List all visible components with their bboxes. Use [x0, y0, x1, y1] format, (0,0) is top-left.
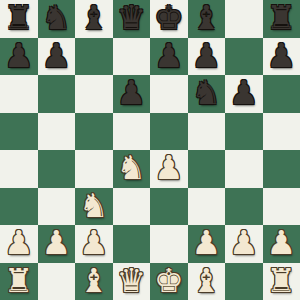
square-c3[interactable]: ♞︎	[75, 188, 113, 226]
piece-black-pawn[interactable]: ♟︎	[4, 38, 34, 74]
piece-black-rook[interactable]: ♜︎	[4, 0, 34, 36]
square-d3[interactable]	[113, 188, 151, 226]
square-b1[interactable]	[38, 263, 76, 300]
square-d5[interactable]	[113, 113, 151, 151]
piece-white-bishop[interactable]: ♝︎	[79, 263, 109, 299]
piece-white-pawn[interactable]: ♟︎	[41, 225, 71, 261]
piece-white-pawn[interactable]: ♟︎	[79, 225, 109, 261]
square-f8[interactable]: ♝︎	[188, 0, 226, 38]
square-a2[interactable]: ♟︎	[0, 225, 38, 263]
square-c2[interactable]: ♟︎	[75, 225, 113, 263]
piece-black-rook[interactable]: ♜︎	[266, 0, 296, 36]
piece-white-rook[interactable]: ♜︎	[266, 263, 296, 299]
piece-white-pawn[interactable]: ♟︎	[154, 150, 184, 186]
square-a3[interactable]	[0, 188, 38, 226]
piece-black-king[interactable]: ♚︎	[154, 0, 184, 36]
square-h1[interactable]: ♜︎	[263, 263, 301, 300]
piece-black-pawn[interactable]: ♟︎	[41, 38, 71, 74]
piece-white-pawn[interactable]: ♟︎	[229, 225, 259, 261]
square-a5[interactable]	[0, 113, 38, 151]
square-a1[interactable]: ♜︎	[0, 263, 38, 300]
piece-white-knight[interactable]: ♞︎	[79, 188, 109, 224]
chess-board: ♜︎♞︎♝︎♛︎♚︎♝︎♜︎♟︎♟︎♟︎♟︎♟︎♟︎♞︎♟︎♞︎♟︎♞︎♟︎♟︎…	[0, 0, 300, 300]
square-f4[interactable]	[188, 150, 226, 188]
square-f1[interactable]: ♝︎	[188, 263, 226, 300]
piece-black-bishop[interactable]: ♝︎	[191, 0, 221, 36]
piece-white-rook[interactable]: ♜︎	[4, 263, 34, 299]
square-e1[interactable]: ♚︎	[150, 263, 188, 300]
piece-white-pawn[interactable]: ♟︎	[4, 225, 34, 261]
square-h4[interactable]	[263, 150, 301, 188]
square-f5[interactable]	[188, 113, 226, 151]
piece-black-knight[interactable]: ♞︎	[41, 0, 71, 36]
piece-white-queen[interactable]: ♛︎	[116, 263, 146, 299]
piece-white-pawn[interactable]: ♟︎	[266, 225, 296, 261]
square-h5[interactable]	[263, 113, 301, 151]
square-b2[interactable]: ♟︎	[38, 225, 76, 263]
square-f3[interactable]	[188, 188, 226, 226]
square-g7[interactable]	[225, 38, 263, 76]
square-c8[interactable]: ♝︎	[75, 0, 113, 38]
square-h8[interactable]: ♜︎	[263, 0, 301, 38]
piece-black-pawn[interactable]: ♟︎	[116, 75, 146, 111]
square-e7[interactable]: ♟︎	[150, 38, 188, 76]
square-d1[interactable]: ♛︎	[113, 263, 151, 300]
piece-black-pawn[interactable]: ♟︎	[229, 75, 259, 111]
square-e3[interactable]	[150, 188, 188, 226]
square-c6[interactable]	[75, 75, 113, 113]
square-g6[interactable]: ♟︎	[225, 75, 263, 113]
square-h2[interactable]: ♟︎	[263, 225, 301, 263]
square-d4[interactable]: ♞︎	[113, 150, 151, 188]
square-a7[interactable]: ♟︎	[0, 38, 38, 76]
square-a4[interactable]	[0, 150, 38, 188]
piece-white-pawn[interactable]: ♟︎	[191, 225, 221, 261]
square-g2[interactable]: ♟︎	[225, 225, 263, 263]
square-e4[interactable]: ♟︎	[150, 150, 188, 188]
square-f2[interactable]: ♟︎	[188, 225, 226, 263]
square-b4[interactable]	[38, 150, 76, 188]
square-e5[interactable]	[150, 113, 188, 151]
square-f6[interactable]: ♞︎	[188, 75, 226, 113]
square-a8[interactable]: ♜︎	[0, 0, 38, 38]
square-c1[interactable]: ♝︎	[75, 263, 113, 300]
square-d6[interactable]: ♟︎	[113, 75, 151, 113]
square-e6[interactable]	[150, 75, 188, 113]
square-h7[interactable]: ♟︎	[263, 38, 301, 76]
square-g8[interactable]	[225, 0, 263, 38]
square-g4[interactable]	[225, 150, 263, 188]
square-h3[interactable]	[263, 188, 301, 226]
piece-black-pawn[interactable]: ♟︎	[154, 38, 184, 74]
square-e2[interactable]	[150, 225, 188, 263]
square-c7[interactable]	[75, 38, 113, 76]
piece-black-pawn[interactable]: ♟︎	[266, 38, 296, 74]
square-h6[interactable]	[263, 75, 301, 113]
piece-black-pawn[interactable]: ♟︎	[191, 38, 221, 74]
square-a6[interactable]	[0, 75, 38, 113]
chess-app-viewport: ♜︎♞︎♝︎♛︎♚︎♝︎♜︎♟︎♟︎♟︎♟︎♟︎♟︎♞︎♟︎♞︎♟︎♞︎♟︎♟︎…	[0, 0, 300, 300]
square-g1[interactable]	[225, 263, 263, 300]
piece-white-king[interactable]: ♚︎	[154, 263, 184, 299]
square-e8[interactable]: ♚︎	[150, 0, 188, 38]
square-d7[interactable]	[113, 38, 151, 76]
piece-black-queen[interactable]: ♛︎	[116, 0, 146, 36]
square-c5[interactable]	[75, 113, 113, 151]
piece-white-knight[interactable]: ♞︎	[116, 150, 146, 186]
square-c4[interactable]	[75, 150, 113, 188]
square-b5[interactable]	[38, 113, 76, 151]
piece-black-bishop[interactable]: ♝︎	[79, 0, 109, 36]
square-d8[interactable]: ♛︎	[113, 0, 151, 38]
square-b7[interactable]: ♟︎	[38, 38, 76, 76]
square-b3[interactable]	[38, 188, 76, 226]
square-g3[interactable]	[225, 188, 263, 226]
piece-white-bishop[interactable]: ♝︎	[191, 263, 221, 299]
square-b8[interactable]: ♞︎	[38, 0, 76, 38]
square-b6[interactable]	[38, 75, 76, 113]
square-d2[interactable]	[113, 225, 151, 263]
square-f7[interactable]: ♟︎	[188, 38, 226, 76]
square-g5[interactable]	[225, 113, 263, 151]
piece-black-knight[interactable]: ♞︎	[191, 75, 221, 111]
